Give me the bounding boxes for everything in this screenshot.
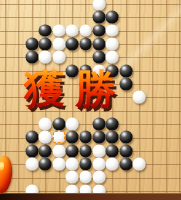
black-stone[interactable] (39, 144, 52, 157)
board-cell (66, 171, 79, 184)
black-stone[interactable] (66, 144, 79, 157)
board-cell (106, 157, 119, 170)
white-stone[interactable] (39, 51, 52, 64)
black-stone[interactable] (93, 38, 106, 51)
black-stone[interactable] (119, 131, 132, 144)
black-stone[interactable] (119, 64, 132, 77)
white-stone[interactable] (93, 144, 106, 157)
white-stone[interactable] (66, 171, 79, 184)
black-stone[interactable] (79, 38, 92, 51)
white-stone[interactable] (93, 158, 106, 171)
white-stone[interactable] (106, 51, 119, 64)
board-cell (52, 144, 65, 157)
board-cell (25, 131, 38, 144)
board-cell (79, 64, 92, 77)
board-cell (79, 24, 92, 37)
black-stone[interactable] (79, 158, 92, 171)
white-stone[interactable] (133, 158, 146, 171)
board-cell (92, 51, 105, 64)
white-stone[interactable] (52, 38, 65, 51)
board-cell (106, 51, 119, 64)
white-stone[interactable] (39, 131, 52, 144)
board-cell (92, 157, 105, 170)
board-cell (66, 131, 79, 144)
board-cell (66, 64, 79, 77)
board-cell (119, 77, 132, 90)
black-stone[interactable] (119, 158, 132, 171)
black-stone[interactable] (119, 144, 132, 157)
last-move-marker (53, 131, 65, 143)
white-stone[interactable] (66, 24, 79, 37)
black-stone[interactable] (106, 144, 119, 157)
black-stone[interactable] (26, 51, 39, 64)
board-cell (119, 144, 132, 157)
black-stone[interactable] (93, 11, 106, 24)
board-cell (25, 51, 38, 64)
board-cell (79, 144, 92, 157)
black-stone[interactable] (26, 131, 39, 144)
board-cell (79, 37, 92, 50)
board-cell (106, 131, 119, 144)
board-cell (79, 157, 92, 170)
board-cell (92, 131, 105, 144)
board-cell (25, 157, 38, 170)
black-stone[interactable] (119, 78, 132, 91)
board-cell (79, 77, 92, 90)
black-stone[interactable] (79, 144, 92, 157)
board-cell (52, 24, 65, 37)
board-cell (106, 144, 119, 157)
white-stone[interactable] (93, 0, 106, 10)
black-stone[interactable] (93, 118, 106, 131)
board-cell (92, 77, 105, 90)
board-cell (119, 157, 132, 170)
white-stone[interactable] (66, 118, 79, 131)
gomoku-board[interactable]: 獲勝 獲勝 獲勝 (0, 0, 181, 200)
board-cell (92, 171, 105, 184)
black-stone[interactable] (52, 118, 65, 131)
white-stone[interactable] (52, 51, 65, 64)
white-stone[interactable] (52, 144, 65, 157)
black-stone[interactable] (106, 64, 119, 77)
board-cell (66, 37, 79, 50)
board-cell (92, 24, 105, 37)
board-cell (66, 144, 79, 157)
white-stone[interactable] (93, 64, 106, 77)
white-stone[interactable] (93, 171, 106, 184)
black-stone[interactable] (106, 118, 119, 131)
board-cell (39, 131, 52, 144)
board-cell (79, 171, 92, 184)
board-cell (92, 117, 105, 130)
black-stone[interactable] (66, 131, 79, 144)
board-cell (92, 0, 105, 11)
board-cell (52, 51, 65, 64)
white-stone[interactable] (133, 91, 146, 104)
board-cell (39, 157, 52, 170)
board-cell (66, 24, 79, 37)
board-cell (66, 117, 79, 130)
black-stone[interactable] (39, 38, 52, 51)
board-cell (119, 64, 132, 77)
board-cell (106, 64, 119, 77)
board-cell (39, 37, 52, 50)
board-cell (133, 157, 146, 170)
black-stone[interactable] (26, 38, 39, 51)
black-stone[interactable] (79, 131, 92, 144)
board-cell (79, 131, 92, 144)
board-cell (106, 37, 119, 50)
black-stone[interactable] (66, 64, 79, 77)
white-stone[interactable] (26, 158, 39, 171)
board-cell (39, 144, 52, 157)
white-stone[interactable] (79, 24, 92, 37)
board-cell (52, 117, 65, 130)
board-cell (106, 11, 119, 24)
board-cell (106, 24, 119, 37)
board-cell (92, 11, 105, 24)
black-stone[interactable] (93, 78, 106, 91)
black-stone[interactable] (93, 51, 106, 64)
black-stone[interactable] (106, 131, 119, 144)
board-cell (106, 117, 119, 130)
white-stone[interactable] (106, 24, 119, 37)
board-cell (92, 144, 105, 157)
board-cell (52, 131, 65, 144)
white-stone[interactable] (39, 118, 52, 131)
white-stone[interactable] (52, 158, 65, 171)
board-cell (92, 64, 105, 77)
black-stone[interactable] (66, 38, 79, 51)
white-stone[interactable] (79, 171, 92, 184)
black-stone[interactable] (93, 131, 106, 144)
board-cell (39, 117, 52, 130)
black-stone[interactable] (93, 24, 106, 37)
black-stone[interactable] (79, 78, 92, 91)
board-cell (25, 37, 38, 50)
board-cell (66, 157, 79, 170)
board-bottom-edge (0, 193, 181, 200)
board-cell (92, 37, 105, 50)
white-stone[interactable] (106, 158, 119, 171)
board-cell (119, 131, 132, 144)
white-stone[interactable] (106, 38, 119, 51)
board-cell (52, 157, 65, 170)
board-cell (39, 24, 52, 37)
board-cell (52, 37, 65, 50)
black-stone[interactable] (79, 64, 92, 77)
stone-grid (0, 0, 181, 197)
white-stone[interactable] (52, 24, 65, 37)
black-stone[interactable] (39, 158, 52, 171)
board-cell (25, 144, 38, 157)
board-cell (133, 91, 146, 104)
black-stone[interactable] (39, 24, 52, 37)
black-stone[interactable] (106, 11, 119, 24)
black-stone[interactable] (26, 144, 39, 157)
white-stone[interactable] (66, 158, 79, 171)
board-cell (39, 51, 52, 64)
